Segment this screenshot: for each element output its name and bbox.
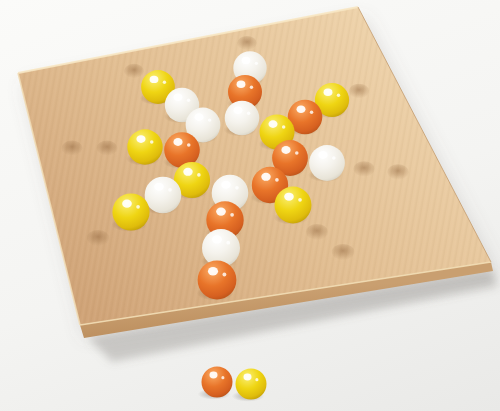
- marble-yellow: [127, 129, 162, 164]
- marble-yellow: [275, 187, 312, 224]
- off-board-marble-1-orange[interactable]: [198, 367, 233, 400]
- off-board-marbles-layer: [198, 367, 267, 402]
- marble-highlight-2: [226, 241, 230, 245]
- marble-highlight: [242, 57, 251, 64]
- marble-highlight: [261, 173, 270, 181]
- marble-highlight: [174, 93, 183, 101]
- marble-highlight-2: [197, 173, 201, 177]
- photo-scene: [0, 0, 500, 411]
- hole-NE4[interactable]: [349, 84, 369, 99]
- solitaire-board-photo: [0, 0, 500, 411]
- marble-highlight: [284, 193, 294, 201]
- marble-highlight: [243, 374, 251, 381]
- marble-white: [309, 145, 345, 181]
- marble-highlight-2: [136, 205, 140, 209]
- marble-highlight: [268, 120, 277, 128]
- marble-orange: [198, 261, 237, 300]
- marble-highlight-2: [282, 125, 286, 129]
- marble-highlight: [221, 181, 231, 189]
- marble-highlight-2: [250, 86, 253, 89]
- marble-highlight: [209, 372, 217, 379]
- marble-yellow: [236, 369, 267, 400]
- marble-highlight-2: [295, 151, 299, 155]
- marble-orange: [202, 367, 233, 398]
- hole-W3[interactable]: [97, 140, 118, 155]
- marble-highlight-2: [187, 143, 191, 147]
- marble-highlight-2: [221, 376, 224, 379]
- hole-W4[interactable]: [62, 140, 83, 155]
- marble-highlight: [237, 81, 246, 88]
- marble-yellow: [112, 193, 149, 230]
- marble-highlight: [173, 138, 182, 146]
- hole-SE3[interactable]: [306, 224, 328, 240]
- marble-white: [145, 177, 182, 214]
- hole-E4[interactable]: [387, 164, 408, 179]
- marble-highlight: [233, 106, 242, 114]
- marble-highlight-2: [332, 156, 336, 160]
- marble-highlight-2: [150, 140, 154, 144]
- marble-highlight: [122, 200, 132, 208]
- marble-highlight: [324, 89, 333, 97]
- marble-highlight-2: [337, 94, 340, 97]
- marble-highlight-2: [298, 198, 302, 202]
- hole-SE4[interactable]: [332, 244, 355, 260]
- marble-highlight: [136, 135, 145, 143]
- marble-highlight-2: [208, 118, 211, 121]
- hole-E3[interactable]: [353, 161, 374, 176]
- marble-highlight: [154, 183, 164, 191]
- marble-highlight: [216, 207, 226, 215]
- marble-highlight: [208, 267, 218, 276]
- marble-highlight-2: [275, 178, 279, 182]
- marble-highlight: [281, 146, 290, 154]
- marble-highlight-2: [310, 110, 313, 113]
- hole-N4[interactable]: [237, 36, 257, 50]
- marble-highlight: [296, 105, 305, 113]
- marble-highlight: [183, 168, 192, 176]
- marble-highlight-2: [235, 186, 239, 190]
- marble-highlight: [318, 151, 327, 159]
- marble-highlight: [194, 113, 203, 121]
- marble-highlight-2: [163, 81, 166, 84]
- hole-SW4[interactable]: [87, 230, 109, 246]
- hole-NW4[interactable]: [124, 64, 144, 78]
- marble-highlight-2: [255, 378, 258, 381]
- marble-highlight-2: [187, 98, 190, 101]
- marble-highlight: [212, 235, 222, 243]
- marble-highlight-2: [255, 62, 258, 65]
- off-board-marble-2-yellow[interactable]: [232, 369, 267, 402]
- marble-white: [225, 101, 260, 136]
- marble-highlight-2: [230, 213, 234, 217]
- marble-highlight-2: [247, 111, 250, 114]
- marble-highlight-2: [222, 273, 226, 277]
- marble-highlight-2: [168, 188, 172, 192]
- marble-highlight: [150, 76, 159, 83]
